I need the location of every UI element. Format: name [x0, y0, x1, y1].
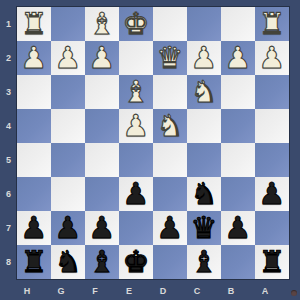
- square-f4[interactable]: [85, 109, 119, 143]
- square-b2[interactable]: ♟: [221, 41, 255, 75]
- side-to-move-indicator-dot: [291, 290, 297, 296]
- black-pawn-e6: ♟: [123, 177, 150, 211]
- square-b1[interactable]: [221, 7, 255, 41]
- white-bishop-f1: ♝: [89, 7, 116, 41]
- square-f5[interactable]: [85, 143, 119, 177]
- square-d5[interactable]: [153, 143, 187, 177]
- file-label-e: E: [112, 281, 146, 300]
- square-h1[interactable]: ♜: [17, 7, 51, 41]
- square-c3[interactable]: ♞: [187, 75, 221, 109]
- black-bishop-f8: ♝: [89, 245, 116, 279]
- square-c7[interactable]: ♛: [187, 211, 221, 245]
- square-g8[interactable]: ♞: [51, 245, 85, 279]
- square-f3[interactable]: [85, 75, 119, 109]
- square-f7[interactable]: ♟: [85, 211, 119, 245]
- square-b6[interactable]: [221, 177, 255, 211]
- white-pawn-e4: ♟: [123, 109, 150, 143]
- square-d6[interactable]: [153, 177, 187, 211]
- black-pawn-b7: ♟: [225, 211, 252, 245]
- file-label-d: D: [146, 281, 180, 300]
- square-d1[interactable]: [153, 7, 187, 41]
- square-b4[interactable]: [221, 109, 255, 143]
- square-g4[interactable]: [51, 109, 85, 143]
- white-rook-h1: ♜: [21, 7, 48, 41]
- square-a4[interactable]: [255, 109, 289, 143]
- black-knight-g8: ♞: [55, 245, 82, 279]
- square-e3[interactable]: ♝: [119, 75, 153, 109]
- rank-label-8: 8: [0, 245, 17, 279]
- white-knight-c3: ♞: [191, 75, 218, 109]
- square-c8[interactable]: ♝: [187, 245, 221, 279]
- square-a1[interactable]: ♜: [255, 7, 289, 41]
- rank-label-3: 3: [0, 75, 17, 109]
- black-pawn-a6: ♟: [259, 177, 286, 211]
- square-e5[interactable]: [119, 143, 153, 177]
- file-label-h: H: [10, 281, 44, 300]
- square-h3[interactable]: [17, 75, 51, 109]
- chess-board: ♜♝♚♜♟♟♟♛♟♟♟♝♞♟♞♟♞♟♟♟♟♟♛♟♜♞♝♚♝♜: [17, 7, 289, 279]
- square-e8[interactable]: ♚: [119, 245, 153, 279]
- square-c1[interactable]: [187, 7, 221, 41]
- white-queen-d2: ♛: [157, 41, 184, 75]
- file-label-a: A: [248, 281, 282, 300]
- square-d2[interactable]: ♛: [153, 41, 187, 75]
- square-b7[interactable]: ♟: [221, 211, 255, 245]
- white-knight-d4: ♞: [157, 109, 184, 143]
- black-pawn-g7: ♟: [55, 211, 82, 245]
- square-b5[interactable]: [221, 143, 255, 177]
- square-d8[interactable]: [153, 245, 187, 279]
- square-f2[interactable]: ♟: [85, 41, 119, 75]
- white-pawn-f2: ♟: [89, 41, 116, 75]
- rank-label-5: 5: [0, 143, 17, 177]
- square-g1[interactable]: [51, 7, 85, 41]
- square-h5[interactable]: [17, 143, 51, 177]
- white-bishop-e3: ♝: [123, 75, 150, 109]
- square-f6[interactable]: [85, 177, 119, 211]
- square-f1[interactable]: ♝: [85, 7, 119, 41]
- square-g7[interactable]: ♟: [51, 211, 85, 245]
- square-e6[interactable]: ♟: [119, 177, 153, 211]
- square-a6[interactable]: ♟: [255, 177, 289, 211]
- white-pawn-g2: ♟: [55, 41, 82, 75]
- square-e4[interactable]: ♟: [119, 109, 153, 143]
- rank-labels: 12345678: [0, 7, 17, 279]
- square-a3[interactable]: [255, 75, 289, 109]
- black-queen-c7: ♛: [191, 211, 218, 245]
- file-labels: HGFEDCBA: [17, 281, 289, 300]
- black-rook-a8: ♜: [259, 245, 286, 279]
- rank-label-4: 4: [0, 109, 17, 143]
- black-pawn-d7: ♟: [157, 211, 184, 245]
- chess-diagram: 12345678 ♜♝♚♜♟♟♟♛♟♟♟♝♞♟♞♟♞♟♟♟♟♟♛♟♜♞♝♚♝♜ …: [0, 0, 300, 300]
- square-f8[interactable]: ♝: [85, 245, 119, 279]
- black-rook-h8: ♜: [21, 245, 48, 279]
- square-b8[interactable]: [221, 245, 255, 279]
- white-pawn-c2: ♟: [191, 41, 218, 75]
- white-king-e1: ♚: [123, 7, 150, 41]
- file-label-g: G: [44, 281, 78, 300]
- black-knight-c6: ♞: [191, 177, 218, 211]
- square-a2[interactable]: ♟: [255, 41, 289, 75]
- white-rook-a1: ♜: [259, 7, 286, 41]
- square-a7[interactable]: [255, 211, 289, 245]
- black-king-e8: ♚: [123, 245, 150, 279]
- square-g6[interactable]: [51, 177, 85, 211]
- rank-label-1: 1: [0, 7, 17, 41]
- square-e2[interactable]: [119, 41, 153, 75]
- square-e1[interactable]: ♚: [119, 7, 153, 41]
- square-h6[interactable]: [17, 177, 51, 211]
- square-h8[interactable]: ♜: [17, 245, 51, 279]
- rank-label-6: 6: [0, 177, 17, 211]
- white-pawn-h2: ♟: [21, 41, 48, 75]
- white-pawn-a2: ♟: [259, 41, 286, 75]
- square-h4[interactable]: [17, 109, 51, 143]
- file-label-f: F: [78, 281, 112, 300]
- white-pawn-b2: ♟: [225, 41, 252, 75]
- square-d7[interactable]: ♟: [153, 211, 187, 245]
- square-g2[interactable]: ♟: [51, 41, 85, 75]
- square-a8[interactable]: ♜: [255, 245, 289, 279]
- square-d4[interactable]: ♞: [153, 109, 187, 143]
- square-a5[interactable]: [255, 143, 289, 177]
- square-h7[interactable]: ♟: [17, 211, 51, 245]
- black-pawn-f7: ♟: [89, 211, 116, 245]
- square-d3[interactable]: [153, 75, 187, 109]
- square-g5[interactable]: [51, 143, 85, 177]
- square-b3[interactable]: [221, 75, 255, 109]
- square-c6[interactable]: ♞: [187, 177, 221, 211]
- square-c2[interactable]: ♟: [187, 41, 221, 75]
- rank-label-2: 2: [0, 41, 17, 75]
- square-g3[interactable]: [51, 75, 85, 109]
- black-pawn-h7: ♟: [21, 211, 48, 245]
- file-label-c: C: [180, 281, 214, 300]
- square-e7[interactable]: [119, 211, 153, 245]
- black-bishop-c8: ♝: [191, 245, 218, 279]
- file-label-b: B: [214, 281, 248, 300]
- square-c5[interactable]: [187, 143, 221, 177]
- square-c4[interactable]: [187, 109, 221, 143]
- square-h2[interactable]: ♟: [17, 41, 51, 75]
- rank-label-7: 7: [0, 211, 17, 245]
